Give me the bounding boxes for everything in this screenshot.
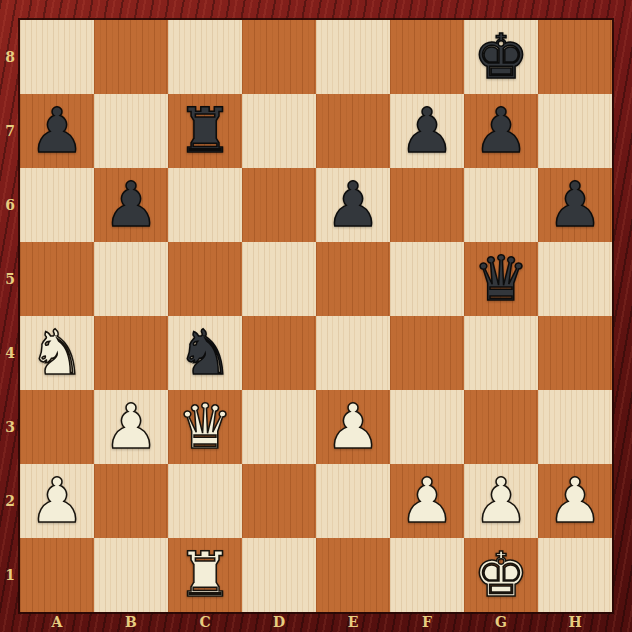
piece-black-k-g8[interactable]: ♚: [473, 20, 529, 94]
square-g4[interactable]: [464, 316, 538, 390]
square-b4[interactable]: [94, 316, 168, 390]
square-h1[interactable]: [538, 538, 612, 612]
square-f2[interactable]: ♟: [390, 464, 464, 538]
piece-black-p-h6[interactable]: ♟: [547, 168, 603, 242]
piece-black-r-c7[interactable]: ♜: [177, 94, 233, 168]
square-d7[interactable]: [242, 94, 316, 168]
square-g5[interactable]: ♛: [464, 242, 538, 316]
file-label-e: E: [316, 612, 390, 632]
square-g3[interactable]: [464, 390, 538, 464]
rank-label-5: 5: [0, 242, 20, 316]
square-f5[interactable]: [390, 242, 464, 316]
piece-white-p-h2[interactable]: ♟: [547, 464, 603, 538]
file-label-h: H: [538, 612, 612, 632]
rank-label-8: 8: [0, 20, 20, 94]
square-f3[interactable]: [390, 390, 464, 464]
piece-white-p-f2[interactable]: ♟: [399, 464, 455, 538]
square-a6[interactable]: [20, 168, 94, 242]
rank-labels: 87654321: [0, 20, 20, 612]
square-c4[interactable]: ♞: [168, 316, 242, 390]
square-g8[interactable]: ♚: [464, 20, 538, 94]
square-g1[interactable]: ♚: [464, 538, 538, 612]
piece-white-p-a2[interactable]: ♟: [29, 464, 85, 538]
square-d1[interactable]: [242, 538, 316, 612]
square-e3[interactable]: ♟: [316, 390, 390, 464]
piece-black-n-c4[interactable]: ♞: [177, 316, 233, 390]
square-c6[interactable]: [168, 168, 242, 242]
rank-label-7: 7: [0, 94, 20, 168]
piece-black-p-g7[interactable]: ♟: [473, 94, 529, 168]
file-label-f: F: [390, 612, 464, 632]
square-b5[interactable]: [94, 242, 168, 316]
square-a8[interactable]: [20, 20, 94, 94]
square-h3[interactable]: [538, 390, 612, 464]
piece-black-p-b6[interactable]: ♟: [103, 168, 159, 242]
piece-white-p-e3[interactable]: ♟: [325, 390, 381, 464]
piece-white-n-a4[interactable]: ♞: [29, 316, 85, 390]
square-d5[interactable]: [242, 242, 316, 316]
square-b8[interactable]: [94, 20, 168, 94]
piece-black-q-g5[interactable]: ♛: [473, 242, 529, 316]
rank-label-4: 4: [0, 316, 20, 390]
piece-black-p-f7[interactable]: ♟: [399, 94, 455, 168]
square-h8[interactable]: [538, 20, 612, 94]
square-e2[interactable]: [316, 464, 390, 538]
file-label-g: G: [464, 612, 538, 632]
square-f4[interactable]: [390, 316, 464, 390]
square-e5[interactable]: [316, 242, 390, 316]
square-e7[interactable]: [316, 94, 390, 168]
piece-white-p-g2[interactable]: ♟: [473, 464, 529, 538]
square-g6[interactable]: [464, 168, 538, 242]
square-f8[interactable]: [390, 20, 464, 94]
square-h7[interactable]: [538, 94, 612, 168]
rank-label-3: 3: [0, 390, 20, 464]
rank-label-2: 2: [0, 464, 20, 538]
square-f7[interactable]: ♟: [390, 94, 464, 168]
square-b2[interactable]: [94, 464, 168, 538]
square-f6[interactable]: [390, 168, 464, 242]
chess-board: ♚♟♜♟♟♟♟♟♛♞♞♟♛♟♟♟♟♟♜♚: [20, 20, 612, 612]
rank-label-6: 6: [0, 168, 20, 242]
file-label-b: B: [94, 612, 168, 632]
square-a2[interactable]: ♟: [20, 464, 94, 538]
square-c2[interactable]: [168, 464, 242, 538]
square-c5[interactable]: [168, 242, 242, 316]
square-d8[interactable]: [242, 20, 316, 94]
piece-white-k-g1[interactable]: ♚: [473, 538, 529, 612]
piece-white-r-c1[interactable]: ♜: [177, 538, 233, 612]
square-b1[interactable]: [94, 538, 168, 612]
square-d4[interactable]: [242, 316, 316, 390]
square-h4[interactable]: [538, 316, 612, 390]
piece-black-p-e6[interactable]: ♟: [325, 168, 381, 242]
square-a4[interactable]: ♞: [20, 316, 94, 390]
chess-board-frame: 87654321 ♚♟♜♟♟♟♟♟♛♞♞♟♛♟♟♟♟♟♜♚ ABCDEFGH: [0, 0, 632, 632]
square-c1[interactable]: ♜: [168, 538, 242, 612]
file-label-c: C: [168, 612, 242, 632]
square-d6[interactable]: [242, 168, 316, 242]
square-b7[interactable]: [94, 94, 168, 168]
square-b3[interactable]: ♟: [94, 390, 168, 464]
file-label-d: D: [242, 612, 316, 632]
piece-white-q-c3[interactable]: ♛: [177, 390, 233, 464]
rank-label-1: 1: [0, 538, 20, 612]
square-e8[interactable]: [316, 20, 390, 94]
piece-white-p-b3[interactable]: ♟: [103, 390, 159, 464]
square-c3[interactable]: ♛: [168, 390, 242, 464]
square-c8[interactable]: [168, 20, 242, 94]
square-a1[interactable]: [20, 538, 94, 612]
square-e4[interactable]: [316, 316, 390, 390]
square-a5[interactable]: [20, 242, 94, 316]
square-d3[interactable]: [242, 390, 316, 464]
square-f1[interactable]: [390, 538, 464, 612]
square-b6[interactable]: ♟: [94, 168, 168, 242]
square-a7[interactable]: ♟: [20, 94, 94, 168]
square-h6[interactable]: ♟: [538, 168, 612, 242]
square-e6[interactable]: ♟: [316, 168, 390, 242]
square-h2[interactable]: ♟: [538, 464, 612, 538]
square-g2[interactable]: ♟: [464, 464, 538, 538]
piece-black-p-a7[interactable]: ♟: [29, 94, 85, 168]
square-d2[interactable]: [242, 464, 316, 538]
file-labels: ABCDEFGH: [20, 612, 612, 632]
square-h5[interactable]: [538, 242, 612, 316]
file-label-a: A: [20, 612, 94, 632]
square-c7[interactable]: ♜: [168, 94, 242, 168]
square-a3[interactable]: [20, 390, 94, 464]
square-g7[interactable]: ♟: [464, 94, 538, 168]
square-e1[interactable]: [316, 538, 390, 612]
